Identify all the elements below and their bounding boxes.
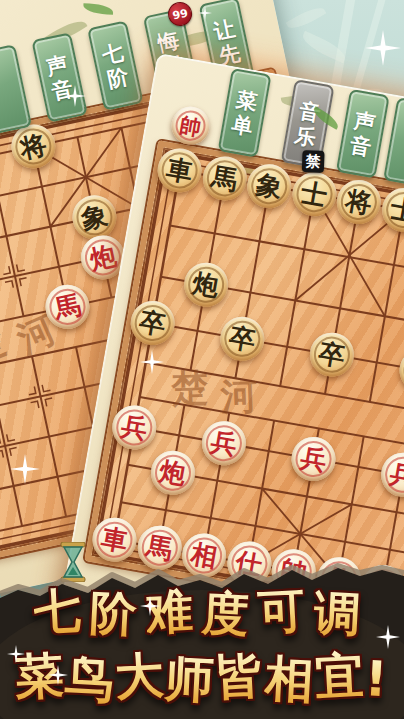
screenshot-stage: 楚河将象炮馬声音七阶悔棋99让先 楚河車馬象士将士象馬車炮炮卒卒卒卒卒兵兵兵兵兵…	[0, 0, 404, 719]
menu-tile-label: 阶	[106, 65, 131, 90]
promo-char: 鸟	[63, 646, 116, 715]
promo-char: 可	[256, 579, 315, 645]
promo-char: 菜	[14, 643, 67, 712]
promo-line1: 七阶难度可调	[0, 580, 404, 643]
promo-char: 难	[144, 579, 203, 645]
promo-char: !	[364, 650, 390, 708]
menu-tile-声音[interactable]: 声音	[31, 32, 88, 122]
menu-tile-label: 音	[50, 77, 75, 102]
promo-char: 阶	[88, 582, 147, 648]
river-label: 河	[220, 371, 259, 422]
menu-tile-label: 菜	[235, 88, 259, 112]
menu-tile-label: 音	[348, 134, 372, 158]
menu-tile-label: 让	[212, 17, 237, 42]
promo-char: 大	[114, 643, 167, 712]
bamboo-leaf-icon	[286, 3, 327, 33]
river-label: 楚	[171, 362, 210, 413]
promo-char: 七	[32, 579, 91, 645]
menu-tile-label: 先	[217, 42, 242, 67]
menu-tile-label: 七	[100, 41, 125, 66]
count-badge: 99	[166, 0, 194, 28]
menu-tile-七阶[interactable]: 七阶	[87, 20, 144, 110]
promo-char: 相	[263, 646, 316, 715]
promo-char: 师	[163, 646, 216, 715]
promo-banner: 七阶难度可调 菜鸟大师皆相宜!	[0, 560, 404, 719]
menu-tile-菜单[interactable]: 菜单	[218, 68, 272, 158]
promo-char: 宜	[314, 643, 367, 712]
menu-tile-label: 乐	[293, 124, 317, 148]
bamboo-leaf-icon	[83, 3, 113, 15]
music-disabled-stamp: 禁	[302, 150, 325, 173]
menu-tile-label: 单	[230, 113, 254, 137]
red-general-chip: 帥	[169, 104, 213, 148]
promo-line2: 菜鸟大师皆相宜!	[0, 644, 404, 710]
menu-tile-label: 声	[353, 109, 377, 133]
menu-tile-partial[interactable]	[0, 44, 32, 134]
promo-char: 皆	[214, 643, 267, 712]
menu-tile-label: 悔	[156, 29, 181, 54]
menu-tile-label: 声	[45, 53, 70, 78]
menu-tile-声音[interactable]: 声音	[336, 89, 390, 179]
promo-char: 调	[312, 582, 371, 648]
promo-char: 度	[200, 582, 259, 648]
